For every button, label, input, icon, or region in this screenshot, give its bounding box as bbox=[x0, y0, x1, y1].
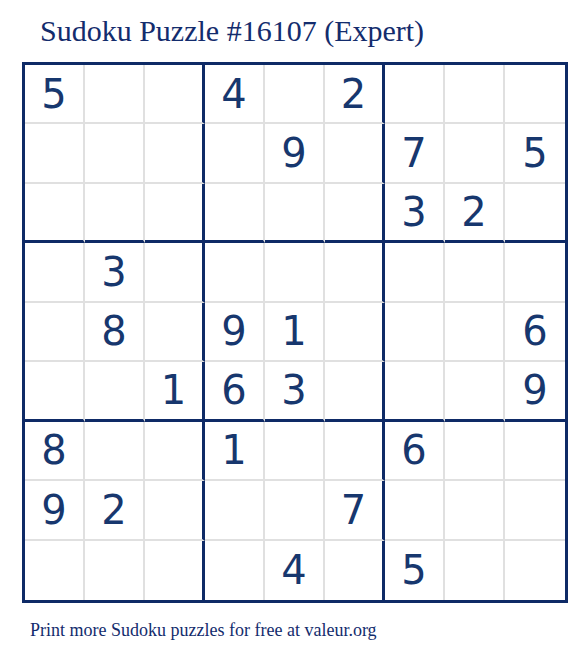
footer-text: Print more Sudoku puzzles for free at va… bbox=[30, 620, 377, 641]
cell-r2c2 bbox=[85, 124, 145, 183]
cell-r7c7: 6 bbox=[385, 422, 445, 481]
cell-r2c5: 9 bbox=[265, 124, 325, 183]
cell-r9c6 bbox=[325, 541, 385, 600]
cell-r3c5 bbox=[265, 184, 325, 243]
cell-r1c3 bbox=[145, 65, 205, 124]
cell-r7c3 bbox=[145, 422, 205, 481]
cell-r4c4 bbox=[205, 243, 265, 302]
cell-r4c1 bbox=[25, 243, 85, 302]
cell-r8c4 bbox=[205, 481, 265, 540]
cell-r6c5: 3 bbox=[265, 362, 325, 421]
cell-r3c6 bbox=[325, 184, 385, 243]
cell-r6c7 bbox=[385, 362, 445, 421]
cell-r4c3 bbox=[145, 243, 205, 302]
cell-r3c4 bbox=[205, 184, 265, 243]
cell-r5c9: 6 bbox=[505, 303, 565, 362]
page-title: Sudoku Puzzle #16107 (Expert) bbox=[40, 14, 424, 48]
cell-r1c4: 4 bbox=[205, 65, 265, 124]
cell-r5c7 bbox=[385, 303, 445, 362]
cell-r6c6 bbox=[325, 362, 385, 421]
cell-r6c4: 6 bbox=[205, 362, 265, 421]
cell-r6c1 bbox=[25, 362, 85, 421]
cell-r5c5: 1 bbox=[265, 303, 325, 362]
cell-r8c7 bbox=[385, 481, 445, 540]
cell-r9c8 bbox=[445, 541, 505, 600]
cell-r4c6 bbox=[325, 243, 385, 302]
cell-r1c7 bbox=[385, 65, 445, 124]
cell-r7c2 bbox=[85, 422, 145, 481]
cell-r5c6 bbox=[325, 303, 385, 362]
cell-r5c8 bbox=[445, 303, 505, 362]
cell-r2c6 bbox=[325, 124, 385, 183]
cell-r7c5 bbox=[265, 422, 325, 481]
cell-r4c9 bbox=[505, 243, 565, 302]
cell-r1c6: 2 bbox=[325, 65, 385, 124]
cell-r3c3 bbox=[145, 184, 205, 243]
cell-r2c3 bbox=[145, 124, 205, 183]
cell-r5c2: 8 bbox=[85, 303, 145, 362]
cell-r5c4: 9 bbox=[205, 303, 265, 362]
cell-r9c1 bbox=[25, 541, 85, 600]
cell-r3c1 bbox=[25, 184, 85, 243]
cell-r6c9: 9 bbox=[505, 362, 565, 421]
cell-r4c2: 3 bbox=[85, 243, 145, 302]
cell-r1c8 bbox=[445, 65, 505, 124]
cell-r9c4 bbox=[205, 541, 265, 600]
cell-r1c1: 5 bbox=[25, 65, 85, 124]
cell-r8c8 bbox=[445, 481, 505, 540]
cell-r8c9 bbox=[505, 481, 565, 540]
cell-r8c6: 7 bbox=[325, 481, 385, 540]
cell-r7c6 bbox=[325, 422, 385, 481]
cell-r4c5 bbox=[265, 243, 325, 302]
cell-r8c2: 2 bbox=[85, 481, 145, 540]
cell-r9c3 bbox=[145, 541, 205, 600]
cell-r2c8 bbox=[445, 124, 505, 183]
cell-r2c9: 5 bbox=[505, 124, 565, 183]
cell-r4c7 bbox=[385, 243, 445, 302]
cell-r6c3: 1 bbox=[145, 362, 205, 421]
cell-r8c5 bbox=[265, 481, 325, 540]
cell-r1c5 bbox=[265, 65, 325, 124]
sudoku-print-page: Sudoku Puzzle #16107 (Expert) 5429753238… bbox=[0, 0, 580, 651]
cell-r7c8 bbox=[445, 422, 505, 481]
cell-r7c9 bbox=[505, 422, 565, 481]
cell-r3c2 bbox=[85, 184, 145, 243]
cell-r7c1: 8 bbox=[25, 422, 85, 481]
cell-r2c7: 7 bbox=[385, 124, 445, 183]
cell-r9c2 bbox=[85, 541, 145, 600]
cell-r6c8 bbox=[445, 362, 505, 421]
cell-r7c4: 1 bbox=[205, 422, 265, 481]
cell-r5c3 bbox=[145, 303, 205, 362]
cell-r3c8: 2 bbox=[445, 184, 505, 243]
cell-r2c4 bbox=[205, 124, 265, 183]
cell-r9c5: 4 bbox=[265, 541, 325, 600]
cell-r8c1: 9 bbox=[25, 481, 85, 540]
cell-r9c9 bbox=[505, 541, 565, 600]
cell-r9c7: 5 bbox=[385, 541, 445, 600]
cell-r3c9 bbox=[505, 184, 565, 243]
cell-r2c1 bbox=[25, 124, 85, 183]
cell-r1c2 bbox=[85, 65, 145, 124]
cell-r3c7: 3 bbox=[385, 184, 445, 243]
cell-r8c3 bbox=[145, 481, 205, 540]
cell-r1c9 bbox=[505, 65, 565, 124]
cell-r4c8 bbox=[445, 243, 505, 302]
sudoku-board: 5429753238916163981692745 bbox=[22, 62, 568, 603]
cell-r6c2 bbox=[85, 362, 145, 421]
cell-r5c1 bbox=[25, 303, 85, 362]
